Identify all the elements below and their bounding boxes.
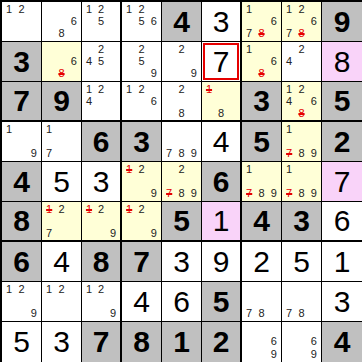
cell-r7c3[interactable]: 8	[82, 242, 122, 282]
cell-r6c1[interactable]: 8	[2, 202, 42, 242]
empty-candidate-slot	[255, 283, 267, 295]
candidate-7: 7	[243, 28, 255, 40]
empty-candidate-slot	[107, 68, 119, 80]
given-digit: 6	[93, 127, 110, 157]
cell-r4c5[interactable]: 789	[162, 122, 202, 162]
cell-r6c6[interactable]: 1	[202, 202, 242, 242]
empty-candidate-slot	[68, 308, 80, 320]
candidate-2: 2	[95, 43, 107, 55]
empty-candidate-slot	[283, 43, 295, 55]
empty-candidate-slot	[3, 135, 15, 147]
empty-candidate-slot	[83, 107, 95, 119]
candidate-1-eliminated: 1	[43, 203, 55, 215]
empty-candidate-slot	[148, 83, 160, 95]
candidate-grid: 129	[3, 283, 40, 320]
empty-candidate-slot	[308, 68, 320, 80]
empty-candidate-slot	[295, 95, 307, 107]
empty-candidate-slot	[295, 68, 307, 80]
candidate-2: 2	[135, 3, 147, 15]
candidate-grid: 29	[163, 43, 200, 80]
cell-r9c1[interactable]: 5	[2, 322, 42, 362]
given-digit: 7	[13, 86, 30, 116]
entered-digit: 9	[213, 247, 230, 277]
candidate-grid: 12468	[283, 83, 320, 119]
cell-r3c2[interactable]: 9	[42, 82, 82, 122]
candidate-5: 5	[135, 55, 147, 67]
cell-r2c1[interactable]: 3	[2, 42, 42, 82]
cell-r1c6[interactable]: 3	[202, 2, 242, 42]
candidate-7: 7	[163, 148, 175, 160]
empty-candidate-slot	[188, 107, 200, 119]
empty-candidate-slot	[268, 68, 280, 80]
given-digit: 3	[293, 206, 310, 236]
empty-candidate-slot	[107, 95, 119, 107]
candidate-7: 7	[43, 227, 55, 239]
empty-candidate-slot	[255, 348, 267, 361]
empty-candidate-slot	[148, 203, 160, 215]
candidate-1-eliminated: 1	[123, 163, 135, 175]
cell-r3c4[interactable]: 126	[122, 82, 162, 122]
cell-r5c1[interactable]: 4	[2, 162, 42, 202]
empty-candidate-slot	[107, 43, 119, 55]
empty-candidate-slot	[55, 43, 67, 55]
cell-r4c7[interactable]: 5	[242, 122, 282, 162]
empty-candidate-slot	[268, 283, 280, 295]
candidate-2: 2	[15, 3, 27, 15]
cell-r3c5[interactable]: 28	[162, 82, 202, 122]
given-digit: 3	[253, 86, 270, 116]
cell-r5c8[interactable]: 1789	[282, 162, 322, 202]
candidate-1: 1	[243, 3, 255, 15]
entered-digit: 3	[53, 327, 70, 357]
cell-r8c6[interactable]: 5	[202, 282, 242, 322]
empty-candidate-slot	[148, 163, 160, 175]
candidate-1: 1	[83, 3, 95, 15]
empty-candidate-slot	[308, 107, 320, 119]
cell-r3c3[interactable]: 124	[82, 82, 122, 122]
cell-r4c3[interactable]: 6	[82, 122, 122, 162]
given-digit: 4	[334, 327, 351, 357]
empty-candidate-slot	[135, 188, 147, 200]
entered-digit: 3	[93, 167, 110, 197]
cell-r3c8[interactable]: 12468	[282, 82, 322, 122]
candidate-2: 2	[95, 3, 107, 15]
candidate-grid: 18	[203, 83, 239, 119]
cell-r4c8[interactable]: 1789	[282, 122, 322, 162]
candidate-8: 8	[175, 107, 187, 119]
cell-r1c3[interactable]: 125	[82, 2, 122, 42]
cell-r7c8[interactable]: 5	[282, 242, 322, 282]
empty-candidate-slot	[43, 215, 55, 227]
empty-candidate-slot	[107, 15, 119, 27]
empty-candidate-slot	[243, 283, 255, 295]
empty-candidate-slot	[308, 28, 320, 40]
empty-candidate-slot	[308, 123, 320, 135]
cell-r8c3[interactable]: 129	[82, 282, 122, 322]
cell-r1c2[interactable]: 68	[42, 2, 82, 42]
empty-candidate-slot	[43, 135, 55, 147]
cell-r6c8[interactable]: 3	[282, 202, 322, 242]
entered-digit: 6	[334, 206, 351, 236]
empty-candidate-slot	[15, 123, 27, 135]
entered-digit: 7	[334, 167, 351, 197]
given-digit: 5	[213, 287, 230, 317]
entered-digit: 1	[334, 247, 351, 277]
candidate-1: 1	[283, 3, 295, 15]
candidate-2: 2	[135, 83, 147, 95]
cell-r7c4[interactable]: 7	[122, 242, 162, 282]
empty-candidate-slot	[135, 107, 147, 119]
empty-candidate-slot	[83, 308, 95, 320]
empty-candidate-slot	[283, 323, 295, 336]
candidate-1: 1	[123, 83, 135, 95]
empty-candidate-slot	[268, 28, 280, 40]
empty-candidate-slot	[123, 55, 135, 67]
candidate-grid: 789	[163, 123, 200, 160]
candidate-2: 2	[135, 203, 147, 215]
cell-r6c5[interactable]: 5	[162, 202, 202, 242]
empty-candidate-slot	[243, 175, 255, 187]
empty-candidate-slot	[55, 135, 67, 147]
entered-digit: 3	[213, 7, 230, 37]
cell-r8c5[interactable]: 6	[162, 282, 202, 322]
candidate-1: 1	[43, 123, 55, 135]
empty-candidate-slot	[43, 28, 55, 40]
cell-r2c2[interactable]: 68	[42, 42, 82, 82]
candidate-7-eliminated: 7	[163, 188, 175, 200]
cell-r7c9[interactable]: 1	[322, 242, 362, 282]
empty-candidate-slot	[83, 68, 95, 80]
empty-candidate-slot	[255, 295, 267, 307]
empty-candidate-slot	[15, 135, 27, 147]
given-digit: 5	[173, 206, 190, 236]
empty-candidate-slot	[55, 148, 67, 160]
cell-r9c8[interactable]: 69	[282, 322, 322, 362]
cell-r8c2[interactable]: 12	[42, 282, 82, 322]
empty-candidate-slot	[55, 123, 67, 135]
given-digit: 2	[334, 127, 351, 157]
empty-candidate-slot	[107, 283, 119, 295]
empty-candidate-slot	[123, 43, 135, 55]
empty-candidate-slot	[175, 123, 187, 135]
cell-r2c3[interactable]: 245	[82, 42, 122, 82]
candidate-4: 4	[83, 95, 95, 107]
entered-digit: 4	[213, 127, 230, 157]
empty-candidate-slot	[148, 215, 160, 227]
cell-r3c7[interactable]: 3	[242, 82, 282, 122]
empty-candidate-slot	[28, 295, 40, 307]
candidate-5: 5	[135, 15, 147, 27]
empty-candidate-slot	[43, 55, 55, 67]
candidate-grid: 127	[43, 203, 80, 239]
cell-r1c9[interactable]: 9	[322, 2, 362, 42]
cell-r6c3[interactable]: 129	[82, 202, 122, 242]
candidate-2: 2	[175, 163, 187, 175]
cell-r8c7[interactable]: 78	[242, 282, 282, 322]
empty-candidate-slot	[68, 123, 80, 135]
empty-candidate-slot	[15, 148, 27, 160]
candidate-grid: 68	[43, 43, 80, 80]
cell-r7c2[interactable]: 4	[42, 242, 82, 282]
candidate-7-eliminated: 7	[283, 188, 295, 200]
candidate-8: 8	[175, 188, 187, 200]
empty-candidate-slot	[43, 43, 55, 55]
empty-candidate-slot	[243, 55, 255, 67]
cell-r9c3[interactable]: 7	[82, 322, 122, 362]
empty-candidate-slot	[135, 28, 147, 40]
empty-candidate-slot	[107, 295, 119, 307]
candidate-1-eliminated: 1	[83, 203, 95, 215]
empty-candidate-slot	[68, 3, 80, 15]
candidate-5: 5	[95, 55, 107, 67]
candidate-1: 1	[83, 283, 95, 295]
empty-candidate-slot	[163, 95, 175, 107]
given-digit: 8	[133, 327, 150, 357]
candidate-1: 1	[243, 43, 255, 55]
entered-digit: 6	[173, 287, 190, 317]
candidate-grid: 245	[83, 43, 119, 80]
cell-r2c8[interactable]: 24	[282, 42, 322, 82]
candidate-9: 9	[308, 348, 320, 361]
cell-r8c1[interactable]: 129	[2, 282, 42, 322]
candidate-1-eliminated: 1	[123, 203, 135, 215]
empty-candidate-slot	[135, 95, 147, 107]
empty-candidate-slot	[107, 3, 119, 15]
cell-r7c5[interactable]: 3	[162, 242, 202, 282]
empty-candidate-slot	[295, 15, 307, 27]
candidate-7: 7	[43, 148, 55, 160]
cell-r8c9[interactable]: 3	[322, 282, 362, 322]
candidate-5: 5	[95, 15, 107, 27]
empty-candidate-slot	[243, 336, 255, 349]
empty-candidate-slot	[243, 68, 255, 80]
empty-candidate-slot	[3, 148, 15, 160]
candidate-grid: 28	[163, 83, 200, 119]
empty-candidate-slot	[148, 175, 160, 187]
candidate-4: 4	[283, 55, 295, 67]
empty-candidate-slot	[163, 43, 175, 55]
empty-candidate-slot	[188, 175, 200, 187]
cell-r4c9[interactable]: 2	[322, 122, 362, 162]
cell-r9c9[interactable]: 4	[322, 322, 362, 362]
given-digit: 6	[13, 247, 30, 277]
empty-candidate-slot	[215, 95, 227, 107]
cell-r8c8[interactable]: 78	[282, 282, 322, 322]
candidate-2: 2	[135, 163, 147, 175]
cell-r1c7[interactable]: 1678	[242, 2, 282, 42]
empty-candidate-slot	[55, 295, 67, 307]
candidate-2: 2	[175, 43, 187, 55]
entered-digit: 1	[213, 206, 230, 236]
cell-r4c2[interactable]: 17	[42, 122, 82, 162]
candidate-9: 9	[268, 348, 280, 361]
empty-candidate-slot	[123, 15, 135, 27]
candidate-9: 9	[308, 148, 320, 160]
candidate-6: 6	[308, 336, 320, 349]
given-digit: 4	[173, 7, 190, 37]
candidate-2: 2	[295, 3, 307, 15]
candidate-6: 6	[308, 95, 320, 107]
candidate-grid: 129	[83, 203, 119, 239]
empty-candidate-slot	[283, 348, 295, 361]
candidate-8-eliminated: 8	[55, 68, 67, 80]
empty-candidate-slot	[83, 227, 95, 239]
candidate-9: 9	[148, 227, 160, 239]
candidate-9: 9	[28, 308, 40, 320]
empty-candidate-slot	[268, 43, 280, 55]
cell-r8c4[interactable]: 4	[122, 282, 162, 322]
empty-candidate-slot	[215, 83, 227, 95]
entered-digit: 5	[293, 247, 310, 277]
entered-digit: 4	[133, 287, 150, 317]
empty-candidate-slot	[135, 227, 147, 239]
cell-r2c5[interactable]: 29	[162, 42, 202, 82]
cell-r2c7[interactable]: 168	[242, 42, 282, 82]
cell-r3c9[interactable]: 5	[322, 82, 362, 122]
cell-r5c6[interactable]: 6	[202, 162, 242, 202]
empty-candidate-slot	[123, 95, 135, 107]
given-digit: 6	[213, 167, 230, 197]
empty-candidate-slot	[43, 3, 55, 15]
cell-r6c7[interactable]: 4	[242, 202, 282, 242]
empty-candidate-slot	[107, 55, 119, 67]
cell-r1c8[interactable]: 12678	[282, 2, 322, 42]
candidate-6: 6	[308, 15, 320, 27]
empty-candidate-slot	[308, 55, 320, 67]
candidate-grid: 17	[43, 123, 80, 160]
candidate-9: 9	[148, 68, 160, 80]
empty-candidate-slot	[308, 83, 320, 95]
candidate-1: 1	[123, 3, 135, 15]
candidate-6: 6	[268, 15, 280, 27]
cell-r6c4[interactable]: 129	[122, 202, 162, 242]
empty-candidate-slot	[283, 68, 295, 80]
given-digit: 9	[334, 7, 351, 37]
empty-candidate-slot	[163, 135, 175, 147]
cell-r6c2[interactable]: 127	[42, 202, 82, 242]
candidate-8: 8	[215, 107, 227, 119]
empty-candidate-slot	[308, 323, 320, 336]
cell-r5c7[interactable]: 1789	[242, 162, 282, 202]
empty-candidate-slot	[68, 68, 80, 80]
empty-candidate-slot	[283, 283, 295, 295]
cell-r7c7[interactable]: 2	[242, 242, 282, 282]
empty-candidate-slot	[68, 203, 80, 215]
cell-r2c6-selected[interactable]: 7	[202, 42, 242, 82]
cell-r9c7[interactable]: 69	[242, 322, 282, 362]
empty-candidate-slot	[295, 123, 307, 135]
cell-r3c1[interactable]: 7	[2, 82, 42, 122]
empty-candidate-slot	[283, 107, 295, 119]
cell-r9c2[interactable]: 3	[42, 322, 82, 362]
cell-r1c5[interactable]: 4	[162, 2, 202, 42]
cell-r9c4[interactable]: 8	[122, 322, 162, 362]
cell-r6c9[interactable]: 6	[322, 202, 362, 242]
empty-candidate-slot	[163, 83, 175, 95]
candidate-grid: 124	[83, 83, 119, 119]
empty-candidate-slot	[107, 203, 119, 215]
candidate-6: 6	[268, 336, 280, 349]
given-digit: 1	[173, 327, 190, 357]
empty-candidate-slot	[95, 107, 107, 119]
given-digit: 7	[133, 247, 150, 277]
empty-candidate-slot	[295, 323, 307, 336]
sudoku-board: 1268125125643167812678936824525929716824…	[0, 0, 362, 362]
cell-r2c9[interactable]: 8	[322, 42, 362, 82]
candidate-8: 8	[295, 308, 307, 320]
cell-r5c4[interactable]: 129	[122, 162, 162, 202]
given-digit: 3	[13, 47, 30, 77]
empty-candidate-slot	[255, 323, 267, 336]
empty-candidate-slot	[295, 348, 307, 361]
candidate-7-eliminated: 7	[283, 148, 295, 160]
candidate-grid: 129	[123, 163, 160, 200]
empty-candidate-slot	[268, 163, 280, 175]
cell-r7c6[interactable]: 9	[202, 242, 242, 282]
cell-r4c4[interactable]: 3	[122, 122, 162, 162]
empty-candidate-slot	[68, 215, 80, 227]
cell-r1c1[interactable]: 12	[2, 2, 42, 42]
empty-candidate-slot	[268, 323, 280, 336]
empty-candidate-slot	[148, 107, 160, 119]
empty-candidate-slot	[163, 68, 175, 80]
candidate-2: 2	[95, 83, 107, 95]
candidate-1: 1	[283, 123, 295, 135]
cell-r5c3[interactable]: 3	[82, 162, 122, 202]
empty-candidate-slot	[55, 308, 67, 320]
cell-r7c1[interactable]: 6	[2, 242, 42, 282]
empty-candidate-slot	[295, 55, 307, 67]
cell-r5c9[interactable]: 7	[322, 162, 362, 202]
cell-r9c6[interactable]: 2	[202, 322, 242, 362]
cell-r3c6[interactable]: 18	[202, 82, 242, 122]
cell-r5c5[interactable]: 2789	[162, 162, 202, 202]
given-digit: 5	[253, 127, 270, 157]
empty-candidate-slot	[203, 95, 215, 107]
entered-digit: 4	[53, 247, 70, 277]
empty-candidate-slot	[283, 135, 295, 147]
empty-candidate-slot	[295, 135, 307, 147]
empty-candidate-slot	[95, 295, 107, 307]
empty-candidate-slot	[283, 336, 295, 349]
empty-candidate-slot	[3, 28, 15, 40]
cell-r4c1[interactable]: 19	[2, 122, 42, 162]
cell-r2c4[interactable]: 259	[122, 42, 162, 82]
cell-r5c2[interactable]: 5	[42, 162, 82, 202]
empty-candidate-slot	[148, 43, 160, 55]
empty-candidate-slot	[268, 175, 280, 187]
cell-r9c5[interactable]: 1	[162, 322, 202, 362]
cell-r1c4[interactable]: 1256	[122, 2, 162, 42]
candidate-9: 9	[188, 188, 200, 200]
candidate-8: 8	[255, 308, 267, 320]
empty-candidate-slot	[123, 107, 135, 119]
candidate-8-eliminated: 8	[295, 107, 307, 119]
empty-candidate-slot	[148, 55, 160, 67]
entered-digit: 5	[53, 167, 70, 197]
entered-digit: 3	[173, 247, 190, 277]
candidate-2: 2	[95, 203, 107, 215]
empty-candidate-slot	[28, 135, 40, 147]
entered-digit: 5	[13, 327, 30, 357]
given-digit: 5	[334, 86, 351, 116]
candidate-9: 9	[28, 148, 40, 160]
candidate-9: 9	[107, 308, 119, 320]
empty-candidate-slot	[243, 295, 255, 307]
empty-candidate-slot	[175, 175, 187, 187]
given-digit: 9	[53, 86, 70, 116]
cell-r4c6[interactable]: 4	[202, 122, 242, 162]
